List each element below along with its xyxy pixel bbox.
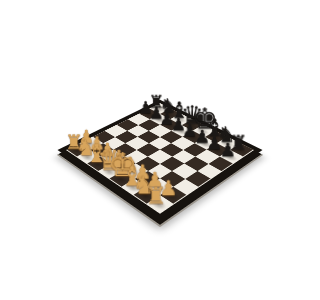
chess-board: ♜♞♝♛♚♝♞♜♟♟♟♟♟♟♟♟♟♟♟♟♟♟♟♟♜♞♝♛♚♝♞♜ [57,100,262,221]
piece-shadow [88,158,107,170]
square-d4 [137,143,160,156]
product-photo: ♜♞♝♛♚♝♞♜♟♟♟♟♟♟♟♟♟♟♟♟♟♟♟♟♜♞♝♛♚♝♞♜ [40,0,280,300]
square-a1: ♜ [67,143,90,156]
square-h1: ♜ [147,195,174,213]
chess-board-squares: ♜♞♝♛♚♝♞♜♟♟♟♟♟♟♟♟♟♟♟♟♟♟♟♟♜♞♝♛♚♝♞♜ [57,100,262,221]
piece-shadow [172,126,190,136]
piece-shadow [218,139,237,150]
piece-shadow [78,152,97,163]
square-e5 [160,143,183,156]
piece-white-rook: ♜ [65,132,82,152]
board-scene: ♜♞♝♛♚♝♞♜♟♟♟♟♟♟♟♟♟♟♟♟♟♟♟♟♜♞♝♛♚♝♞♜ [40,0,280,300]
piece-shadow [148,197,170,212]
